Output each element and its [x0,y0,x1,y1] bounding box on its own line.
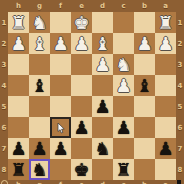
square-c8[interactable]: ♜ [113,159,134,180]
rank-label-4: 4 [0,75,8,96]
square-a6[interactable] [155,117,176,138]
rank-label-4: 4 [176,75,184,96]
square-b1[interactable] [134,12,155,33]
square-a1[interactable]: ♜ [155,12,176,33]
piece-wP-e2: ♟ [73,33,89,54]
piece-wN-g1: ♞ [31,12,47,33]
rank-label-7: 7 [0,138,8,159]
square-h7[interactable]: ♟ [8,138,29,159]
square-h1[interactable]: ♜ [8,12,29,33]
square-f4[interactable] [50,75,71,96]
rank-label-8: 8 [0,159,8,180]
piece-bP-c6: ♟ [115,117,131,138]
square-d7[interactable]: ♞ [92,138,113,159]
file-label-e: e [71,0,92,12]
file-label-a: a [155,0,176,12]
rank-label-6: 6 [176,117,184,138]
square-f8[interactable] [50,159,71,180]
square-d2[interactable]: ♝ [92,33,113,54]
piece-wP-f2: ♟ [52,33,68,54]
square-b3[interactable] [134,54,155,75]
rank-labels-left: 12345678 [0,12,8,180]
corner-circle-glyph [1,180,8,184]
square-h3[interactable] [8,54,29,75]
piece-bP-f7: ♟ [52,138,68,159]
square-e8[interactable]: ♚ [71,159,92,180]
square-a4[interactable] [155,75,176,96]
file-labels-bottom: hgfedcba [8,179,176,184]
square-e5[interactable] [71,96,92,117]
square-e7[interactable] [71,138,92,159]
file-label-e: e [71,179,92,184]
square-e4[interactable] [71,75,92,96]
square-f5[interactable] [50,96,71,117]
file-label-h: h [8,179,29,184]
square-c2[interactable] [113,33,134,54]
piece-bN-g8: ♞ [31,159,47,180]
piece-bB-b4: ♝ [136,75,152,96]
chess-board[interactable]: ♜♞♚♜♟♝♟♟♝♟♟♟♞♝♟♝♟♟♟♟♟♟♞♟♜♞♚♜ [8,12,176,180]
square-e1[interactable]: ♚ [71,12,92,33]
square-d4[interactable] [92,75,113,96]
square-h2[interactable]: ♟ [8,33,29,54]
square-d6[interactable] [92,117,113,138]
piece-bP-g7: ♟ [31,138,47,159]
rank-labels-right: 12345678 [176,12,184,180]
square-c7[interactable] [113,138,134,159]
rank-label-3: 3 [0,54,8,75]
square-c3[interactable]: ♞ [113,54,134,75]
rank-label-2: 2 [0,33,8,54]
file-label-d: d [92,0,113,12]
piece-bK-e8: ♚ [73,159,89,180]
square-d3[interactable]: ♟ [92,54,113,75]
file-label-c: c [113,179,134,184]
file-label-d: d [92,179,113,184]
piece-wP-d3: ♟ [94,54,110,75]
square-c6[interactable]: ♟ [113,117,134,138]
chess-board-window: hgfedcba 12345678 ♜♞♚♜♟♝♟♟♝♟♟♟♞♝♟♝♟♟♟♟♟♟… [0,0,184,184]
square-d1[interactable] [92,12,113,33]
square-h5[interactable] [8,96,29,117]
piece-wB-g2: ♝ [31,33,47,54]
piece-wR-h1: ♜ [10,12,26,33]
square-f6[interactable] [50,117,71,138]
piece-wP-c4: ♟ [115,75,131,96]
square-f3[interactable] [50,54,71,75]
square-f7[interactable]: ♟ [50,138,71,159]
square-g2[interactable]: ♝ [29,33,50,54]
file-label-a: a [155,179,176,184]
file-label-b: b [134,0,155,12]
square-b6[interactable] [134,117,155,138]
square-g8[interactable]: ♞ [29,159,50,180]
square-a5[interactable] [155,96,176,117]
rank-label-7: 7 [176,138,184,159]
file-label-f: f [50,0,71,12]
corner-square-mark [177,180,181,184]
square-g5[interactable] [29,96,50,117]
square-f1[interactable] [50,12,71,33]
piece-wP-b2: ♟ [136,33,152,54]
square-h8[interactable]: ♜ [8,159,29,180]
piece-wN-c3: ♞ [115,54,131,75]
piece-bP-h7: ♟ [10,138,26,159]
piece-bP-a7: ♟ [157,138,173,159]
piece-wP-a2: ♟ [157,33,173,54]
square-d5[interactable]: ♟ [92,96,113,117]
square-b2[interactable]: ♟ [134,33,155,54]
rank-label-8: 8 [176,159,184,180]
rank-label-1: 1 [0,12,8,33]
rank-label-5: 5 [0,96,8,117]
rank-label-1: 1 [176,12,184,33]
piece-wB-d2: ♝ [94,33,110,54]
rank-label-2: 2 [176,33,184,54]
square-c1[interactable] [113,12,134,33]
square-e3[interactable] [71,54,92,75]
piece-wK-e1: ♚ [73,12,89,33]
square-a3[interactable] [155,54,176,75]
file-label-h: h [8,0,29,12]
square-e6[interactable]: ♟ [71,117,92,138]
square-a8[interactable] [155,159,176,180]
piece-bP-d5: ♟ [94,96,110,117]
square-b8[interactable] [134,159,155,180]
square-b5[interactable] [134,96,155,117]
rank-label-6: 6 [0,117,8,138]
square-f2[interactable]: ♟ [50,33,71,54]
piece-wR-a1: ♜ [157,12,173,33]
file-label-b: b [134,179,155,184]
file-label-g: g [29,0,50,12]
piece-bR-c8: ♜ [115,159,131,180]
piece-wP-h2: ♟ [10,33,26,54]
rank-label-5: 5 [176,96,184,117]
file-label-c: c [113,0,134,12]
piece-bB-g4: ♝ [31,75,47,96]
square-g6[interactable] [29,117,50,138]
square-c4[interactable]: ♟ [113,75,134,96]
square-b4[interactable]: ♝ [134,75,155,96]
square-b7[interactable] [134,138,155,159]
piece-bP-e6: ♟ [73,117,89,138]
square-h6[interactable] [8,117,29,138]
rank-label-3: 3 [176,54,184,75]
piece-bN-d7: ♞ [94,138,110,159]
file-label-g: g [29,179,50,184]
square-g3[interactable] [29,54,50,75]
file-labels-top: hgfedcba [8,0,176,12]
square-h4[interactable] [8,75,29,96]
square-a2[interactable]: ♟ [155,33,176,54]
square-g7[interactable]: ♟ [29,138,50,159]
square-g4[interactable]: ♝ [29,75,50,96]
file-label-f: f [50,179,71,184]
square-c5[interactable] [113,96,134,117]
mouse-cursor-icon [57,123,65,134]
square-d8[interactable] [92,159,113,180]
square-g1[interactable]: ♞ [29,12,50,33]
piece-bR-h8: ♜ [10,159,26,180]
square-a7[interactable]: ♟ [155,138,176,159]
square-e2[interactable]: ♟ [71,33,92,54]
